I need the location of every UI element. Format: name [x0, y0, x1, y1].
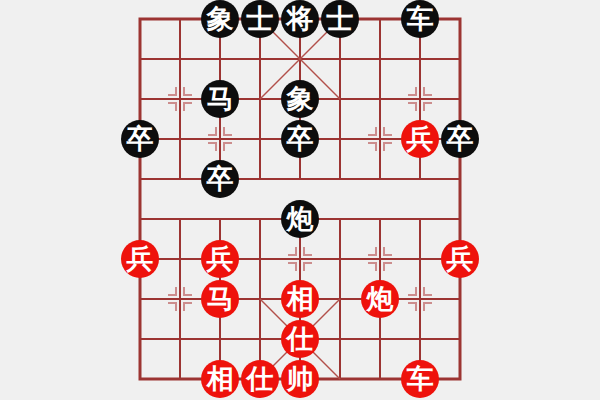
board-point-c0[interactable]: 象	[200, 0, 240, 39]
board-point-d4[interactable]	[240, 159, 280, 199]
board-point-h0[interactable]: 车	[400, 0, 440, 39]
board-point-i2[interactable]	[440, 79, 480, 119]
red-soldier[interactable]: 兵	[401, 120, 439, 158]
board-point-g6[interactable]	[360, 239, 400, 279]
board-point-g4[interactable]	[360, 159, 400, 199]
board-point-b0[interactable]	[160, 0, 200, 39]
board-point-h7[interactable]	[400, 279, 440, 319]
board-point-i7[interactable]	[440, 279, 480, 319]
board-point-b1[interactable]	[160, 39, 200, 79]
black-soldier[interactable]: 卒	[201, 160, 239, 198]
board-point-h4[interactable]	[400, 159, 440, 199]
board-point-i6[interactable]: 兵	[440, 239, 480, 279]
board-point-a1[interactable]	[120, 39, 160, 79]
board-point-i3[interactable]: 卒	[440, 119, 480, 159]
board-point-a3[interactable]: 卒	[120, 119, 160, 159]
board-point-b4[interactable]	[160, 159, 200, 199]
board-point-b3[interactable]	[160, 119, 200, 159]
board-point-e5[interactable]: 炮	[280, 199, 320, 239]
black-horse[interactable]: 马	[201, 80, 239, 118]
board-point-e6[interactable]	[280, 239, 320, 279]
red-advisor[interactable]: 仕	[281, 320, 319, 358]
board-point-b5[interactable]	[160, 199, 200, 239]
board-point-f7[interactable]	[320, 279, 360, 319]
board-point-e1[interactable]	[280, 39, 320, 79]
black-soldier[interactable]: 卒	[441, 120, 479, 158]
board-point-h5[interactable]	[400, 199, 440, 239]
board-point-d1[interactable]	[240, 39, 280, 79]
board-point-e9[interactable]: 帅	[280, 359, 320, 399]
board-point-h2[interactable]	[400, 79, 440, 119]
board-point-e7[interactable]: 相	[280, 279, 320, 319]
board-point-c3[interactable]	[200, 119, 240, 159]
board-point-h1[interactable]	[400, 39, 440, 79]
board-point-e2[interactable]: 象	[280, 79, 320, 119]
board-point-c1[interactable]	[200, 39, 240, 79]
xiangqi-board: 象士将士车马象卒卒兵卒卒炮兵兵兵马相炮仕相仕帅车	[120, 0, 480, 399]
board-point-i1[interactable]	[440, 39, 480, 79]
red-chariot[interactable]: 车	[401, 360, 439, 398]
board-point-e8[interactable]: 仕	[280, 319, 320, 359]
board-point-b2[interactable]	[160, 79, 200, 119]
board-point-f2[interactable]	[320, 79, 360, 119]
board-point-a9[interactable]	[120, 359, 160, 399]
red-horse[interactable]: 马	[201, 280, 239, 318]
board-point-g2[interactable]	[360, 79, 400, 119]
board-point-a6[interactable]: 兵	[120, 239, 160, 279]
board-point-i4[interactable]	[440, 159, 480, 199]
black-advisor[interactable]: 士	[241, 0, 279, 38]
board-point-g1[interactable]	[360, 39, 400, 79]
board-point-g7[interactable]: 炮	[360, 279, 400, 319]
board-point-h3[interactable]: 兵	[400, 119, 440, 159]
black-general[interactable]: 将	[281, 0, 319, 38]
board-point-b7[interactable]	[160, 279, 200, 319]
board-point-h8[interactable]	[400, 319, 440, 359]
board-point-a5[interactable]	[120, 199, 160, 239]
board-point-e0[interactable]: 将	[280, 0, 320, 39]
board-point-f3[interactable]	[320, 119, 360, 159]
red-elephant[interactable]: 相	[281, 280, 319, 318]
board-point-h6[interactable]	[400, 239, 440, 279]
black-chariot[interactable]: 车	[401, 0, 439, 38]
board-point-g8[interactable]	[360, 319, 400, 359]
board-point-f8[interactable]	[320, 319, 360, 359]
board-point-c6[interactable]: 兵	[200, 239, 240, 279]
board-point-i9[interactable]	[440, 359, 480, 399]
board-point-g5[interactable]	[360, 199, 400, 239]
board-point-a8[interactable]	[120, 319, 160, 359]
board-point-b6[interactable]	[160, 239, 200, 279]
board-point-d6[interactable]	[240, 239, 280, 279]
board-point-c4[interactable]: 卒	[200, 159, 240, 199]
black-elephant[interactable]: 象	[201, 0, 239, 38]
board-point-f6[interactable]	[320, 239, 360, 279]
board-point-c5[interactable]	[200, 199, 240, 239]
board-point-g9[interactable]	[360, 359, 400, 399]
board-point-g0[interactable]	[360, 0, 400, 39]
board-point-c9[interactable]: 相	[200, 359, 240, 399]
board-point-f5[interactable]	[320, 199, 360, 239]
board-point-e3[interactable]: 卒	[280, 119, 320, 159]
black-elephant[interactable]: 象	[281, 80, 319, 118]
board-point-i5[interactable]	[440, 199, 480, 239]
board-point-a7[interactable]	[120, 279, 160, 319]
board-point-c8[interactable]	[200, 319, 240, 359]
board-point-g3[interactable]	[360, 119, 400, 159]
xiangqi-screen: 象士将士车马象卒卒兵卒卒炮兵兵兵马相炮仕相仕帅车	[0, 0, 600, 400]
red-general[interactable]: 帅	[281, 360, 319, 398]
black-soldier[interactable]: 卒	[281, 120, 319, 158]
board-point-a0[interactable]	[120, 0, 160, 39]
board-point-d0[interactable]: 士	[240, 0, 280, 39]
board-point-a2[interactable]	[120, 79, 160, 119]
board-point-d9[interactable]: 仕	[240, 359, 280, 399]
board-point-d2[interactable]	[240, 79, 280, 119]
red-advisor[interactable]: 仕	[241, 360, 279, 398]
red-cannon[interactable]: 炮	[361, 280, 399, 318]
black-cannon[interactable]: 炮	[281, 200, 319, 238]
board-point-d8[interactable]	[240, 319, 280, 359]
red-elephant[interactable]: 相	[201, 360, 239, 398]
board-point-c2[interactable]: 马	[200, 79, 240, 119]
board-point-d5[interactable]	[240, 199, 280, 239]
red-soldier[interactable]: 兵	[441, 240, 479, 278]
board-point-b8[interactable]	[160, 319, 200, 359]
board-point-d7[interactable]	[240, 279, 280, 319]
board-point-b9[interactable]	[160, 359, 200, 399]
red-soldier[interactable]: 兵	[121, 240, 159, 278]
black-advisor[interactable]: 士	[321, 0, 359, 38]
board-point-f4[interactable]	[320, 159, 360, 199]
board-point-i8[interactable]	[440, 319, 480, 359]
board-point-h9[interactable]: 车	[400, 359, 440, 399]
board-point-i0[interactable]	[440, 0, 480, 39]
board-point-e4[interactable]	[280, 159, 320, 199]
board-point-a4[interactable]	[120, 159, 160, 199]
board-point-f9[interactable]	[320, 359, 360, 399]
board-point-d3[interactable]	[240, 119, 280, 159]
board-point-f1[interactable]	[320, 39, 360, 79]
black-soldier[interactable]: 卒	[121, 120, 159, 158]
board-point-f0[interactable]: 士	[320, 0, 360, 39]
red-soldier[interactable]: 兵	[201, 240, 239, 278]
board-point-c7[interactable]: 马	[200, 279, 240, 319]
